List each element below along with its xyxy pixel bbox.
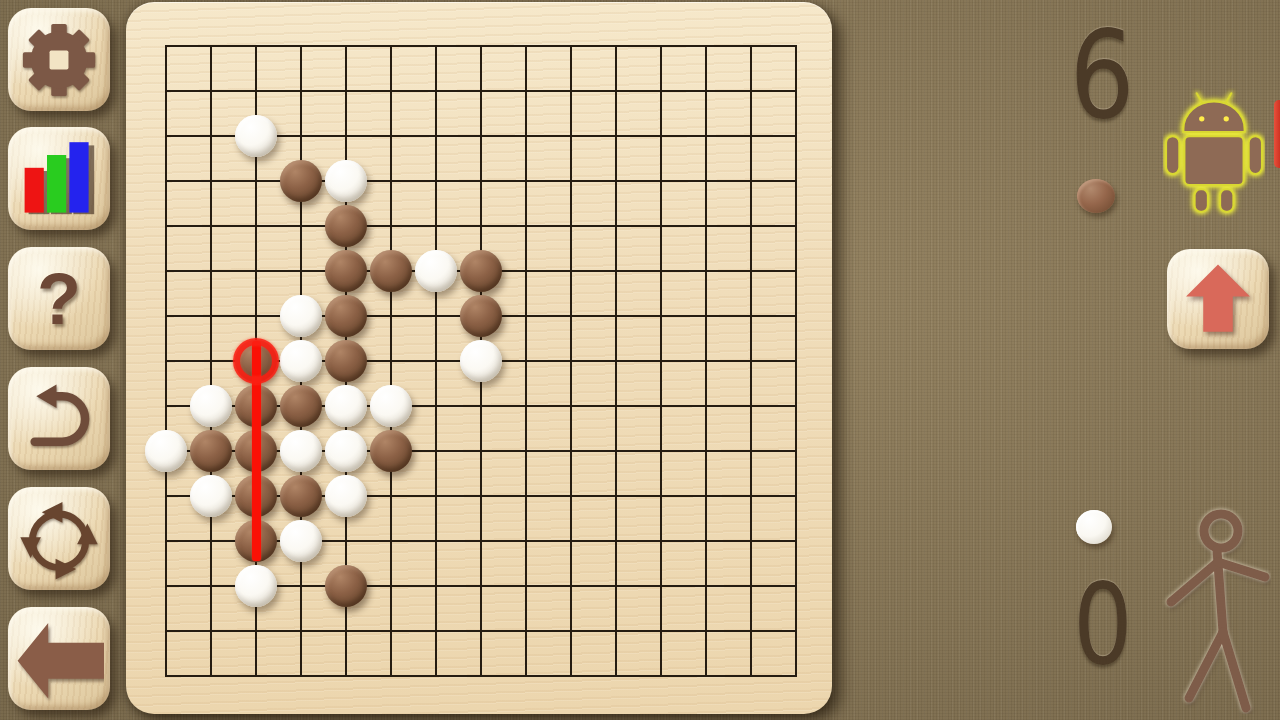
stone-white — [280, 520, 322, 562]
settings-button[interactable] — [8, 8, 110, 111]
stone-brown — [280, 385, 322, 427]
board-panel — [126, 2, 832, 714]
stone-white — [235, 565, 277, 607]
stone-white — [235, 115, 277, 157]
stone-brown — [190, 430, 232, 472]
up-arrow-icon — [1176, 258, 1260, 340]
restart-button[interactable] — [8, 487, 110, 590]
last-move-marker — [233, 338, 279, 384]
stone-brown — [280, 475, 322, 517]
gear-icon — [16, 17, 102, 103]
stone-brown — [370, 250, 412, 292]
up-arrow-button[interactable] — [1167, 249, 1269, 349]
stone-brown — [325, 340, 367, 382]
stone-brown — [325, 565, 367, 607]
stone-white — [325, 160, 367, 202]
stone-white — [325, 475, 367, 517]
stone-brown — [460, 250, 502, 292]
stone-white — [280, 430, 322, 472]
back-arrow-icon — [14, 613, 104, 705]
stone-white — [145, 430, 187, 472]
stone-brown — [370, 430, 412, 472]
stone-white — [190, 475, 232, 517]
edge-red-fragment — [1274, 100, 1280, 168]
back-button[interactable] — [8, 607, 110, 710]
stick-person-icon — [1161, 498, 1271, 714]
ai-score: 6 — [1050, 14, 1154, 136]
human-stone-indicator — [1076, 510, 1112, 544]
stone-white — [325, 385, 367, 427]
human-score: 0 — [1051, 568, 1155, 680]
statistics-button[interactable] — [8, 127, 110, 230]
undo-button[interactable] — [8, 367, 110, 470]
stone-brown — [325, 295, 367, 337]
question-mark-icon: ? — [37, 263, 81, 335]
restart-circle-icon — [16, 496, 102, 582]
stone-white — [460, 340, 502, 382]
stone-white — [325, 430, 367, 472]
bar-chart-icon — [19, 136, 99, 222]
stone-white — [415, 250, 457, 292]
ai-stone-indicator — [1077, 179, 1115, 213]
help-button[interactable]: ? — [8, 247, 110, 350]
android-robot-icon — [1163, 88, 1265, 218]
stone-white — [280, 340, 322, 382]
stone-white — [280, 295, 322, 337]
stone-brown — [280, 160, 322, 202]
stone-brown — [325, 250, 367, 292]
game-screen: ? — [0, 0, 1280, 720]
stone-brown — [460, 295, 502, 337]
stone-white — [370, 385, 412, 427]
stone-white — [190, 385, 232, 427]
stone-brown — [325, 205, 367, 247]
undo-arrow-icon — [17, 377, 101, 461]
